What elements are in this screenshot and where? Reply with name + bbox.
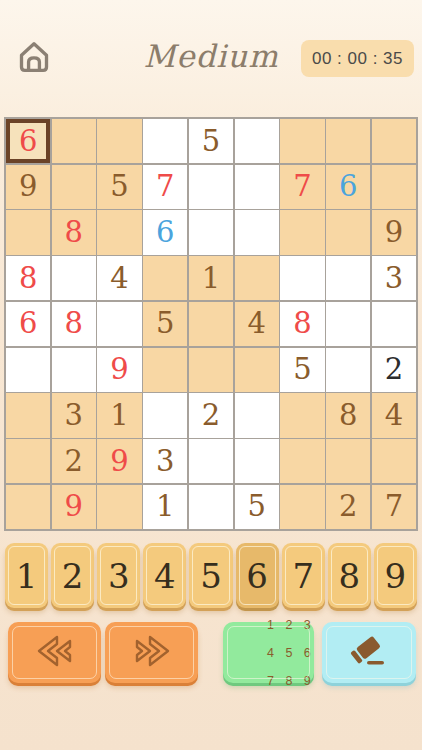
erase-button[interactable]	[322, 622, 416, 683]
cell-r6c7[interactable]: 5	[280, 348, 324, 392]
cell-r3c9[interactable]: 9	[372, 210, 416, 254]
cell-r5c3[interactable]	[97, 302, 141, 346]
cell-r7c8[interactable]: 8	[326, 393, 370, 437]
cell-r9c8[interactable]: 2	[326, 485, 370, 529]
cell-r5c8[interactable]	[326, 302, 370, 346]
cell-r8c3[interactable]: 9	[97, 439, 141, 483]
cell-r1c5[interactable]: 5	[189, 119, 233, 163]
cell-r3c6[interactable]	[235, 210, 279, 254]
cell-r4c8[interactable]	[326, 256, 370, 300]
cell-r2c4[interactable]: 7	[143, 165, 187, 209]
redo-icon	[129, 634, 175, 671]
numpad-key-6[interactable]: 6	[236, 543, 279, 608]
cell-r6c8[interactable]	[326, 348, 370, 392]
cell-r6c2[interactable]	[52, 348, 96, 392]
cell-r9c3[interactable]	[97, 485, 141, 529]
cell-r4c6[interactable]	[235, 256, 279, 300]
cell-r1c3[interactable]	[97, 119, 141, 163]
cell-r4c2[interactable]	[52, 256, 96, 300]
cell-r3c5[interactable]	[189, 210, 233, 254]
cell-r7c9[interactable]: 4	[372, 393, 416, 437]
cell-r8c6[interactable]	[235, 439, 279, 483]
cell-r5c4[interactable]: 5	[143, 302, 187, 346]
cell-r4c9[interactable]: 3	[372, 256, 416, 300]
cell-r9c5[interactable]	[189, 485, 233, 529]
cell-r1c4[interactable]	[143, 119, 187, 163]
cell-r1c2[interactable]	[52, 119, 96, 163]
cell-r9c9[interactable]: 7	[372, 485, 416, 529]
cell-r4c5[interactable]: 1	[189, 256, 233, 300]
cell-r8c4[interactable]: 3	[143, 439, 187, 483]
cell-r6c6[interactable]	[235, 348, 279, 392]
redo-button[interactable]	[105, 622, 198, 683]
numpad-key-1[interactable]: 1	[5, 543, 48, 608]
cell-r3c3[interactable]	[97, 210, 141, 254]
notes-button[interactable]: 1 2 3 4 5 6 7 8 9	[223, 622, 314, 683]
numpad-key-3[interactable]: 3	[97, 543, 140, 608]
cell-r8c5[interactable]	[189, 439, 233, 483]
cell-r6c5[interactable]	[189, 348, 233, 392]
numpad-key-2[interactable]: 2	[51, 543, 94, 608]
cell-r5c7[interactable]: 8	[280, 302, 324, 346]
timer-badge: 00 : 00 : 35	[301, 40, 414, 77]
cell-r7c2[interactable]: 3	[52, 393, 96, 437]
numpad-key-9[interactable]: 9	[374, 543, 417, 608]
cell-r6c9[interactable]: 2	[372, 348, 416, 392]
cell-r2c7[interactable]: 7	[280, 165, 324, 209]
cell-r1c7[interactable]	[280, 119, 324, 163]
cell-r2c5[interactable]	[189, 165, 233, 209]
cell-r5c5[interactable]	[189, 302, 233, 346]
cell-r3c8[interactable]	[326, 210, 370, 254]
sudoku-board: 65957768698413685489523128429391527	[4, 117, 418, 531]
cell-r8c8[interactable]	[326, 439, 370, 483]
cell-r6c3[interactable]: 9	[97, 348, 141, 392]
cell-r7c4[interactable]	[143, 393, 187, 437]
cell-r8c2[interactable]: 2	[52, 439, 96, 483]
cell-r3c7[interactable]	[280, 210, 324, 254]
cell-r4c3[interactable]: 4	[97, 256, 141, 300]
cell-r1c8[interactable]	[326, 119, 370, 163]
cell-r4c1[interactable]: 8	[6, 256, 50, 300]
numpad-key-8[interactable]: 8	[328, 543, 371, 608]
cell-r4c7[interactable]	[280, 256, 324, 300]
number-pad: 123456789	[5, 543, 417, 608]
cell-r2c3[interactable]: 5	[97, 165, 141, 209]
cell-r7c6[interactable]	[235, 393, 279, 437]
undo-button[interactable]	[8, 622, 101, 683]
cell-r9c6[interactable]: 5	[235, 485, 279, 529]
numpad-key-4[interactable]: 4	[143, 543, 186, 608]
cell-r9c4[interactable]: 1	[143, 485, 187, 529]
cell-r9c7[interactable]	[280, 485, 324, 529]
numpad-key-5[interactable]: 5	[189, 543, 232, 608]
numpad-key-7[interactable]: 7	[282, 543, 325, 608]
sudoku-app-screen: Medium 00 : 00 : 35 65957768698413685489…	[0, 0, 422, 750]
cell-r8c9[interactable]	[372, 439, 416, 483]
cell-r2c1[interactable]: 9	[6, 165, 50, 209]
notes-grid-icon: 1 2 3 4 5 6 7 8 9	[222, 604, 315, 702]
cell-r1c6[interactable]	[235, 119, 279, 163]
cell-r1c9[interactable]	[372, 119, 416, 163]
cell-r7c1[interactable]	[6, 393, 50, 437]
cell-r9c2[interactable]: 9	[52, 485, 96, 529]
cell-r6c4[interactable]	[143, 348, 187, 392]
eraser-icon	[346, 633, 392, 672]
cell-r2c2[interactable]	[52, 165, 96, 209]
undo-icon	[32, 634, 78, 671]
cell-r9c1[interactable]	[6, 485, 50, 529]
cell-r5c9[interactable]	[372, 302, 416, 346]
cell-r1c1[interactable]: 6	[6, 119, 50, 163]
cell-r6c1[interactable]	[6, 348, 50, 392]
cell-r4c4[interactable]	[143, 256, 187, 300]
cell-r7c7[interactable]	[280, 393, 324, 437]
cell-r2c8[interactable]: 6	[326, 165, 370, 209]
cell-r5c2[interactable]: 8	[52, 302, 96, 346]
cell-r8c7[interactable]	[280, 439, 324, 483]
cell-r5c6[interactable]: 4	[235, 302, 279, 346]
cell-r7c5[interactable]: 2	[189, 393, 233, 437]
cell-r2c9[interactable]	[372, 165, 416, 209]
cell-r3c4[interactable]: 6	[143, 210, 187, 254]
cell-r5c1[interactable]: 6	[6, 302, 50, 346]
cell-r8c1[interactable]	[6, 439, 50, 483]
cell-r2c6[interactable]	[235, 165, 279, 209]
cell-r3c1[interactable]	[6, 210, 50, 254]
cell-r3c2[interactable]: 8	[52, 210, 96, 254]
cell-r7c3[interactable]: 1	[97, 393, 141, 437]
